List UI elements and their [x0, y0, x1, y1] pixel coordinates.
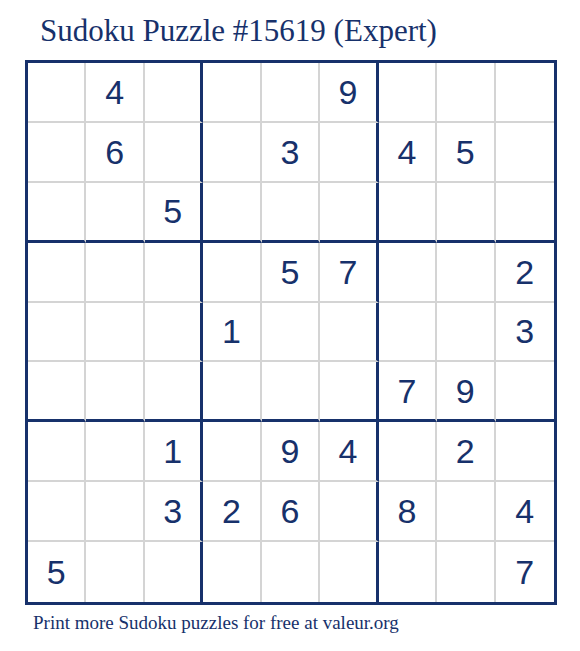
given-digit: 4	[397, 135, 416, 169]
given-digit: 5	[163, 194, 182, 228]
given-digit: 9	[338, 75, 357, 109]
cell-r9c6[interactable]	[320, 542, 378, 602]
sudoku-board: 4963455572137919423268457	[25, 60, 557, 605]
cell-r1c3[interactable]	[145, 63, 203, 123]
cell-r3c8[interactable]	[437, 183, 495, 243]
sudoku-page: Sudoku Puzzle #15619 (Expert) 4963455572…	[0, 0, 580, 651]
cell-r3c3[interactable]: 5	[145, 183, 203, 243]
given-digit: 9	[456, 374, 475, 408]
cell-r1c9[interactable]	[496, 63, 554, 123]
cell-r1c7[interactable]	[379, 63, 437, 123]
cell-r2c9[interactable]	[496, 123, 554, 183]
cell-r9c7[interactable]	[379, 542, 437, 602]
page-title: Sudoku Puzzle #15619 (Expert)	[40, 13, 437, 49]
cell-r8c5[interactable]: 6	[262, 482, 320, 542]
cell-r7c9[interactable]	[496, 422, 554, 482]
given-digit: 1	[222, 314, 241, 348]
given-digit: 4	[338, 434, 357, 468]
cell-r7c7[interactable]	[379, 422, 437, 482]
cell-r8c3[interactable]: 3	[145, 482, 203, 542]
cell-r9c2[interactable]	[86, 542, 144, 602]
given-digit: 6	[281, 494, 300, 528]
cell-r1c1[interactable]	[28, 63, 86, 123]
cell-r5c4[interactable]: 1	[203, 303, 261, 363]
cell-r5c2[interactable]	[86, 303, 144, 363]
cell-r9c5[interactable]	[262, 542, 320, 602]
footer-text: Print more Sudoku puzzles for free at va…	[33, 612, 399, 634]
cell-r3c1[interactable]	[28, 183, 86, 243]
cell-r6c6[interactable]	[320, 362, 378, 422]
cell-r8c1[interactable]	[28, 482, 86, 542]
cell-r3c5[interactable]	[262, 183, 320, 243]
cell-r6c7[interactable]: 7	[379, 362, 437, 422]
cell-r1c5[interactable]	[262, 63, 320, 123]
cell-r4c6[interactable]: 7	[320, 243, 378, 303]
cell-r4c3[interactable]	[145, 243, 203, 303]
given-digit: 5	[281, 255, 300, 289]
cell-r2c2[interactable]: 6	[86, 123, 144, 183]
cell-r5c1[interactable]	[28, 303, 86, 363]
cell-r6c1[interactable]	[28, 362, 86, 422]
cell-r8c8[interactable]	[437, 482, 495, 542]
cell-r1c6[interactable]: 9	[320, 63, 378, 123]
cell-r3c4[interactable]	[203, 183, 261, 243]
cell-r8c7[interactable]: 8	[379, 482, 437, 542]
cell-r9c4[interactable]	[203, 542, 261, 602]
cell-r6c5[interactable]	[262, 362, 320, 422]
given-digit: 4	[105, 75, 124, 109]
cell-r4c5[interactable]: 5	[262, 243, 320, 303]
cell-r5c6[interactable]	[320, 303, 378, 363]
cell-r4c8[interactable]	[437, 243, 495, 303]
cell-r6c2[interactable]	[86, 362, 144, 422]
given-digit: 7	[338, 255, 357, 289]
cell-r2c3[interactable]	[145, 123, 203, 183]
cell-r5c5[interactable]	[262, 303, 320, 363]
cell-r2c8[interactable]: 5	[437, 123, 495, 183]
cell-r7c3[interactable]: 1	[145, 422, 203, 482]
given-digit: 7	[397, 374, 416, 408]
cell-r4c2[interactable]	[86, 243, 144, 303]
cell-r4c7[interactable]	[379, 243, 437, 303]
given-digit: 3	[163, 494, 182, 528]
cell-r2c1[interactable]	[28, 123, 86, 183]
cell-r4c1[interactable]	[28, 243, 86, 303]
given-digit: 3	[281, 135, 300, 169]
cell-r4c9[interactable]: 2	[496, 243, 554, 303]
cell-r1c8[interactable]	[437, 63, 495, 123]
given-digit: 5	[47, 555, 66, 589]
given-digit: 2	[515, 255, 534, 289]
cell-r7c8[interactable]: 2	[437, 422, 495, 482]
cell-r9c8[interactable]	[437, 542, 495, 602]
cell-r8c4[interactable]: 2	[203, 482, 261, 542]
given-digit: 4	[515, 494, 534, 528]
cell-r2c6[interactable]	[320, 123, 378, 183]
cell-r3c9[interactable]	[496, 183, 554, 243]
cell-r7c5[interactable]: 9	[262, 422, 320, 482]
cell-r4c4[interactable]	[203, 243, 261, 303]
cell-r5c8[interactable]	[437, 303, 495, 363]
given-digit: 2	[222, 494, 241, 528]
given-digit: 7	[515, 555, 534, 589]
cell-r2c7[interactable]: 4	[379, 123, 437, 183]
cell-r8c2[interactable]	[86, 482, 144, 542]
cell-r9c1[interactable]: 5	[28, 542, 86, 602]
cell-r6c8[interactable]: 9	[437, 362, 495, 422]
cell-r3c7[interactable]	[379, 183, 437, 243]
given-digit: 3	[515, 314, 534, 348]
given-digit: 1	[163, 434, 182, 468]
cell-r8c6[interactable]	[320, 482, 378, 542]
given-digit: 6	[105, 135, 124, 169]
cell-r2c4[interactable]	[203, 123, 261, 183]
given-digit: 8	[397, 494, 416, 528]
cell-r8c9[interactable]: 4	[496, 482, 554, 542]
cell-r5c7[interactable]	[379, 303, 437, 363]
cell-r1c4[interactable]	[203, 63, 261, 123]
cell-r3c6[interactable]	[320, 183, 378, 243]
cell-r1c2[interactable]: 4	[86, 63, 144, 123]
cell-r6c3[interactable]	[145, 362, 203, 422]
cell-r6c4[interactable]	[203, 362, 261, 422]
cell-r6c9[interactable]	[496, 362, 554, 422]
given-digit: 2	[456, 434, 475, 468]
cell-r7c1[interactable]	[28, 422, 86, 482]
cell-r3c2[interactable]	[86, 183, 144, 243]
cell-r5c9[interactable]: 3	[496, 303, 554, 363]
given-digit: 9	[281, 434, 300, 468]
cell-r7c2[interactable]	[86, 422, 144, 482]
cell-r9c3[interactable]	[145, 542, 203, 602]
cell-r5c3[interactable]	[145, 303, 203, 363]
cell-r7c4[interactable]	[203, 422, 261, 482]
cell-r7c6[interactable]: 4	[320, 422, 378, 482]
cell-r9c9[interactable]: 7	[496, 542, 554, 602]
given-digit: 5	[456, 135, 475, 169]
cell-r2c5[interactable]: 3	[262, 123, 320, 183]
